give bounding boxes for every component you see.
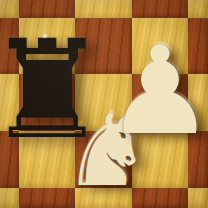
square-r0c4[interactable] bbox=[188, 0, 208, 18]
chess-app-screenshot: ♜♞♟ bbox=[0, 0, 208, 208]
square-r0c3[interactable] bbox=[132, 0, 188, 18]
square-r4c0[interactable] bbox=[0, 188, 19, 208]
white-pawn-piece[interactable]: ♟ bbox=[99, 30, 208, 152]
square-r4c4[interactable] bbox=[188, 188, 208, 208]
